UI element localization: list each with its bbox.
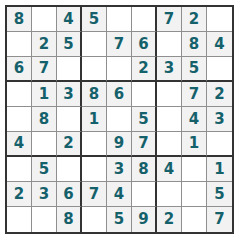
sudoku-cell-r9c5: 5: [107, 207, 132, 232]
sudoku-cell-r7c5: 3: [107, 157, 132, 182]
sudoku-cell-r8c8[interactable]: [182, 182, 207, 207]
sudoku-cell-r4c2: 1: [32, 82, 57, 107]
sudoku-cell-r2c9: 4: [207, 32, 232, 57]
sudoku-cell-r1c1: 8: [7, 7, 32, 32]
sudoku-cell-r9c4[interactable]: [82, 207, 107, 232]
sudoku-cell-r5c4: 1: [82, 107, 107, 132]
sudoku-cell-r9c1[interactable]: [7, 207, 32, 232]
sudoku-cell-r8c3: 6: [57, 182, 82, 207]
sudoku-cell-r1c2[interactable]: [32, 7, 57, 32]
sudoku-cell-r6c1: 4: [7, 132, 32, 157]
sudoku-cell-r1c7: 7: [157, 7, 182, 32]
sudoku-cell-r1c3: 4: [57, 7, 82, 32]
sudoku-cell-r3c4[interactable]: [82, 57, 107, 82]
sudoku-cell-r3c1: 6: [7, 57, 32, 82]
sudoku-cell-r3c8: 5: [182, 57, 207, 82]
sudoku-cell-r2c4[interactable]: [82, 32, 107, 57]
sudoku-cell-r5c5[interactable]: [107, 107, 132, 132]
sudoku-cell-r2c3: 5: [57, 32, 82, 57]
sudoku-cell-r1c9[interactable]: [207, 7, 232, 32]
sudoku-cell-r9c3: 8: [57, 207, 82, 232]
sudoku-cell-r6c4[interactable]: [82, 132, 107, 157]
sudoku-cell-r9c8[interactable]: [182, 207, 207, 232]
sudoku-cell-r6c8: 1: [182, 132, 207, 157]
sudoku-page: 8457225768467235138672815434297153841236…: [0, 0, 240, 240]
sudoku-cell-r7c1[interactable]: [7, 157, 32, 182]
sudoku-cell-r3c6: 2: [132, 57, 157, 82]
sudoku-cell-r2c5: 7: [107, 32, 132, 57]
sudoku-cell-r6c3: 2: [57, 132, 82, 157]
sudoku-cell-r5c9: 3: [207, 107, 232, 132]
sudoku-cell-r4c8: 7: [182, 82, 207, 107]
sudoku-cell-r7c3[interactable]: [57, 157, 82, 182]
sudoku-cell-r9c2[interactable]: [32, 207, 57, 232]
sudoku-cell-r6c6: 7: [132, 132, 157, 157]
sudoku-cell-r8c2: 3: [32, 182, 57, 207]
sudoku-cell-r7c4[interactable]: [82, 157, 107, 182]
sudoku-cell-r5c2: 8: [32, 107, 57, 132]
sudoku-cell-r6c9[interactable]: [207, 132, 232, 157]
sudoku-cell-r8c1: 2: [7, 182, 32, 207]
sudoku-cell-r5c6: 5: [132, 107, 157, 132]
sudoku-cell-r4c6[interactable]: [132, 82, 157, 107]
sudoku-cell-r5c1[interactable]: [7, 107, 32, 132]
sudoku-cell-r5c7[interactable]: [157, 107, 182, 132]
sudoku-board: 8457225768467235138672815434297153841236…: [5, 5, 234, 234]
sudoku-cell-r4c3: 3: [57, 82, 82, 107]
sudoku-cell-r4c7[interactable]: [157, 82, 182, 107]
sudoku-cell-r8c4: 7: [82, 182, 107, 207]
sudoku-cell-r3c2: 7: [32, 57, 57, 82]
sudoku-cell-r9c7: 2: [157, 207, 182, 232]
sudoku-cell-r4c9: 2: [207, 82, 232, 107]
sudoku-cell-r9c9: 7: [207, 207, 232, 232]
sudoku-cell-r3c5[interactable]: [107, 57, 132, 82]
sudoku-cell-r3c9[interactable]: [207, 57, 232, 82]
sudoku-cell-r8c9: 5: [207, 182, 232, 207]
sudoku-cell-r9c6: 9: [132, 207, 157, 232]
sudoku-cell-r7c8[interactable]: [182, 157, 207, 182]
sudoku-cell-r8c7[interactable]: [157, 182, 182, 207]
sudoku-cell-r6c2[interactable]: [32, 132, 57, 157]
sudoku-cell-r6c5: 9: [107, 132, 132, 157]
sudoku-cell-r5c3[interactable]: [57, 107, 82, 132]
sudoku-cell-r8c6[interactable]: [132, 182, 157, 207]
sudoku-cell-r4c5: 6: [107, 82, 132, 107]
sudoku-cell-r2c7[interactable]: [157, 32, 182, 57]
sudoku-cell-r6c7[interactable]: [157, 132, 182, 157]
sudoku-cell-r2c8: 8: [182, 32, 207, 57]
sudoku-cell-r1c8: 2: [182, 7, 207, 32]
sudoku-cell-r2c6: 6: [132, 32, 157, 57]
sudoku-cell-r2c1[interactable]: [7, 32, 32, 57]
sudoku-cell-r8c5: 4: [107, 182, 132, 207]
sudoku-cell-r5c8: 4: [182, 107, 207, 132]
sudoku-cell-r2c2: 2: [32, 32, 57, 57]
sudoku-cell-r1c4: 5: [82, 7, 107, 32]
sudoku-cell-r4c1[interactable]: [7, 82, 32, 107]
sudoku-cell-r3c3[interactable]: [57, 57, 82, 82]
sudoku-cell-r7c9: 1: [207, 157, 232, 182]
sudoku-cell-r7c7: 4: [157, 157, 182, 182]
sudoku-cell-r1c5[interactable]: [107, 7, 132, 32]
sudoku-cell-r3c7: 3: [157, 57, 182, 82]
sudoku-cell-r4c4: 8: [82, 82, 107, 107]
sudoku-cell-r7c2: 5: [32, 157, 57, 182]
sudoku-cell-r1c6[interactable]: [132, 7, 157, 32]
sudoku-cell-r7c6: 8: [132, 157, 157, 182]
